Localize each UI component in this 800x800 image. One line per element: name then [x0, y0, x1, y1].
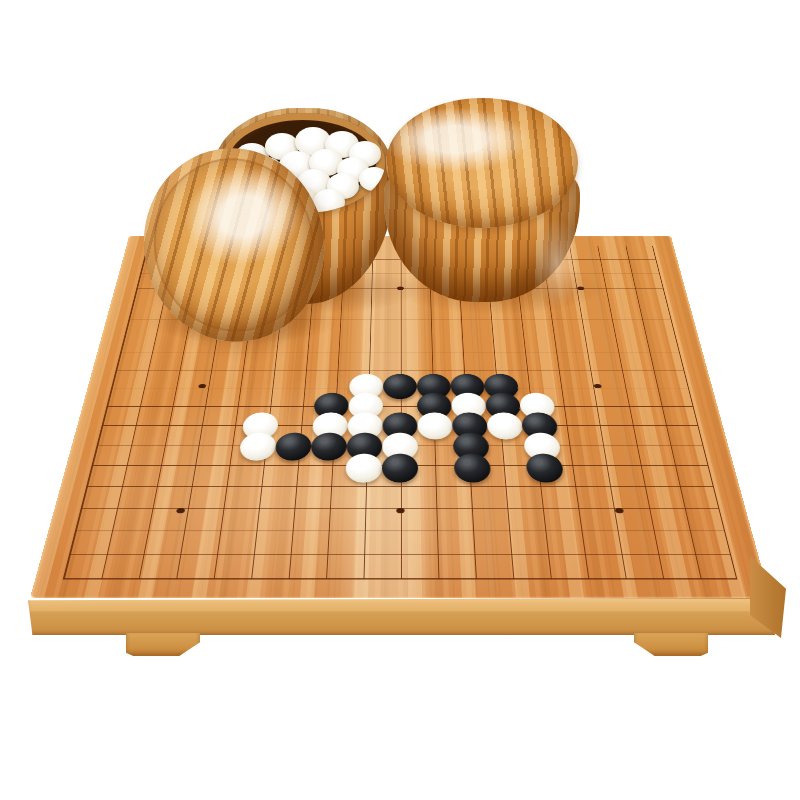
hoshi-cell: [381, 500, 419, 522]
hoshi-point: [614, 508, 623, 513]
board-front-edge: [28, 598, 775, 635]
black-stone-H7: [310, 433, 347, 461]
white-stone-J6: [345, 453, 382, 482]
intersection-K6: [382, 457, 418, 479]
closed-bowl-gloss-highlight: [534, 218, 580, 308]
intersection-M6: [454, 457, 491, 479]
hoshi-point: [593, 384, 601, 388]
white-stone-N8: [486, 412, 523, 439]
hoshi-point: [396, 508, 404, 513]
closed-bowl-lid: [386, 98, 578, 228]
white-stone-L8: [417, 412, 453, 439]
board-leg-right: [634, 633, 708, 656]
hoshi-point: [198, 384, 206, 388]
black-stone-O6: [525, 453, 565, 482]
black-stone-M6: [454, 453, 492, 482]
hoshi-cell: [185, 377, 219, 396]
hoshi-cell: [600, 500, 638, 522]
intersection-G7: [275, 436, 312, 457]
go-set-product-photo: [0, 0, 800, 800]
intersection-F7: [239, 436, 277, 457]
intersection-J6: [345, 457, 382, 479]
board-leg-left: [126, 633, 200, 656]
intersection-O6: [525, 457, 564, 479]
intersection-K10: [383, 377, 417, 396]
black-stone-G7: [274, 433, 312, 461]
hoshi-cell: [162, 500, 200, 522]
white-stone-F7: [238, 433, 277, 461]
black-stone-K6: [382, 453, 419, 482]
stone-bowl-closed: [384, 98, 580, 302]
black-stone-K10: [383, 374, 417, 399]
intersection-H7: [310, 436, 347, 457]
intersection-L8: [417, 415, 452, 435]
hoshi-point: [176, 508, 185, 513]
intersection-N8: [486, 415, 523, 435]
hoshi-cell: [581, 377, 615, 396]
